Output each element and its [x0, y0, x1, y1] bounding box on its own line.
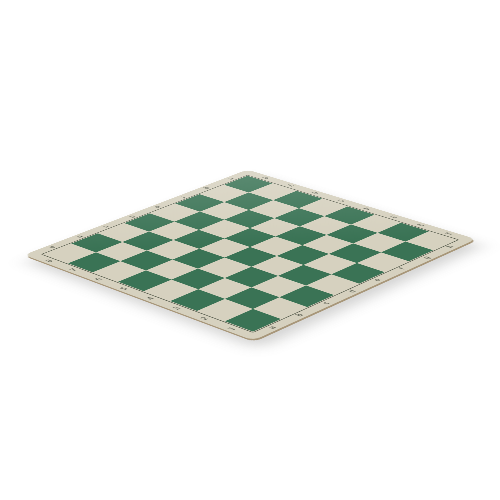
board-squares: [44, 176, 457, 332]
product-photo-background: abcdefgh abcdefgh 87654321 87654321: [0, 0, 500, 500]
chess-board: abcdefgh abcdefgh 87654321 87654321: [24, 170, 476, 341]
board-scene: abcdefgh abcdefgh 87654321 87654321: [24, 170, 476, 341]
